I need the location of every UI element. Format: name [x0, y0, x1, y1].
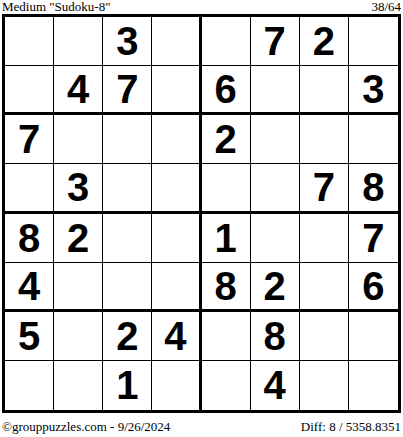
cell-r4c5-empty	[202, 164, 251, 213]
cell-r2c3-given: 7	[103, 66, 152, 115]
cell-r3c7-empty	[300, 115, 349, 164]
cell-r8c3-given: 1	[103, 361, 152, 410]
cell-r2c5-given: 6	[202, 66, 251, 115]
cell-r2c7-empty	[300, 66, 349, 115]
cell-r7c2-empty	[54, 312, 103, 361]
cell-r1c3-given: 3	[103, 17, 152, 66]
cell-r2c4-empty	[152, 66, 201, 115]
cell-r3c1-given: 7	[5, 115, 54, 164]
cell-r2c1-empty	[5, 66, 54, 115]
cell-r4c1-empty	[5, 164, 54, 213]
cell-r5c8-given: 7	[349, 214, 398, 263]
cell-r8c6-given: 4	[251, 361, 300, 410]
cell-r3c8-empty	[349, 115, 398, 164]
cell-r3c5-given: 2	[202, 115, 251, 164]
cell-r6c5-given: 8	[202, 263, 251, 312]
cell-r4c6-empty	[251, 164, 300, 213]
cell-r2c8-given: 3	[349, 66, 398, 115]
cell-r4c4-empty	[152, 164, 201, 213]
cell-r5c3-empty	[103, 214, 152, 263]
cell-r5c6-empty	[251, 214, 300, 263]
cell-r3c4-empty	[152, 115, 201, 164]
cell-r1c6-given: 7	[251, 17, 300, 66]
cell-r6c2-empty	[54, 263, 103, 312]
cell-r7c1-given: 5	[5, 312, 54, 361]
header: Medium "Sudoku-8" 38/64	[2, 0, 401, 14]
cell-r5c2-given: 2	[54, 214, 103, 263]
puzzle-title: Medium "Sudoku-8"	[2, 0, 110, 13]
footer: ©grouppuzzles.com - 9/26/2024 Diff: 8 / …	[2, 418, 401, 434]
cell-r6c1-given: 4	[5, 263, 54, 312]
cell-r6c3-empty	[103, 263, 152, 312]
cell-r1c7-given: 2	[300, 17, 349, 66]
cell-r7c5-empty	[202, 312, 251, 361]
puzzle-counter: 38/64	[371, 0, 401, 13]
cell-r6c7-empty	[300, 263, 349, 312]
cell-r3c2-empty	[54, 115, 103, 164]
cell-r1c4-empty	[152, 17, 201, 66]
cell-r4c2-given: 3	[54, 164, 103, 213]
cell-r2c6-empty	[251, 66, 300, 115]
cell-r5c7-empty	[300, 214, 349, 263]
difficulty-text: Diff: 8 / 5358.8351	[301, 420, 401, 434]
cell-r4c7-given: 7	[300, 164, 349, 213]
cell-r7c4-given: 4	[152, 312, 201, 361]
cell-r2c2-given: 4	[54, 66, 103, 115]
cell-r8c1-empty	[5, 361, 54, 410]
cell-r1c2-empty	[54, 17, 103, 66]
cell-r8c4-empty	[152, 361, 201, 410]
cell-r5c4-empty	[152, 214, 201, 263]
cell-r8c2-empty	[54, 361, 103, 410]
copyright-text: ©grouppuzzles.com - 9/26/2024	[2, 420, 170, 434]
cell-r6c6-given: 2	[251, 263, 300, 312]
cell-r4c3-empty	[103, 164, 152, 213]
cell-r1c5-empty	[202, 17, 251, 66]
cell-r8c8-empty	[349, 361, 398, 410]
cell-r7c6-given: 8	[251, 312, 300, 361]
cell-r8c7-empty	[300, 361, 349, 410]
cell-r7c3-given: 2	[103, 312, 152, 361]
cell-r1c8-empty	[349, 17, 398, 66]
cell-r5c5-given: 1	[202, 214, 251, 263]
sudoku-page: Medium "Sudoku-8" 38/64 3724763723788217…	[0, 0, 403, 437]
cell-r1c1-empty	[5, 17, 54, 66]
sudoku-board: 37247637237882174826524814	[2, 14, 401, 413]
cell-r6c8-given: 6	[349, 263, 398, 312]
cell-r7c7-empty	[300, 312, 349, 361]
cell-r6c4-empty	[152, 263, 201, 312]
cell-r7c8-empty	[349, 312, 398, 361]
cell-r3c3-empty	[103, 115, 152, 164]
cell-r4c8-given: 8	[349, 164, 398, 213]
cell-r5c1-given: 8	[5, 214, 54, 263]
cell-r3c6-empty	[251, 115, 300, 164]
cell-r8c5-empty	[202, 361, 251, 410]
